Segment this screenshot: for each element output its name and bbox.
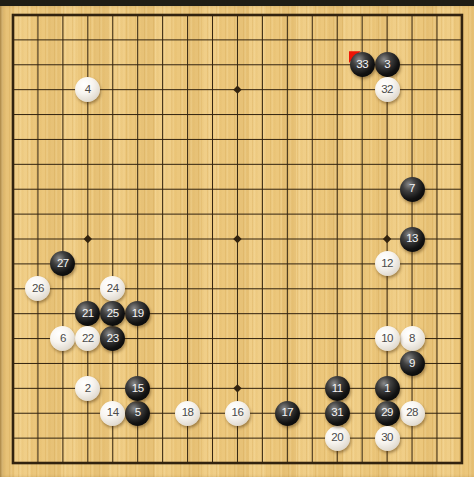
move-number: 12 — [381, 258, 393, 270]
move-number: 1 — [384, 383, 390, 395]
move-number: 26 — [32, 283, 44, 295]
move-number: 8 — [409, 333, 415, 345]
stone-5-black-F3[interactable]: 5 — [125, 401, 150, 426]
move-number: 20 — [331, 432, 343, 444]
move-number: 21 — [82, 308, 94, 320]
stone-33-black-P17[interactable]: 33 — [350, 52, 375, 77]
move-number: 18 — [182, 407, 194, 419]
move-number: 2 — [85, 383, 91, 395]
star-point — [233, 85, 241, 93]
move-number: 23 — [107, 333, 119, 345]
move-number: 27 — [57, 258, 69, 270]
stone-8-white-R6[interactable]: 8 — [400, 326, 425, 351]
move-number: 4 — [85, 84, 91, 96]
move-number: 16 — [232, 407, 244, 419]
move-number: 22 — [82, 333, 94, 345]
move-number: 31 — [331, 407, 343, 419]
move-number: 10 — [381, 333, 393, 345]
stone-9-black-R5[interactable]: 9 — [400, 351, 425, 376]
move-number: 24 — [107, 283, 119, 295]
stone-11-black-O4[interactable]: 11 — [325, 376, 350, 401]
move-number: 6 — [60, 333, 66, 345]
move-number: 33 — [356, 59, 368, 71]
stone-32-white-Q16[interactable]: 32 — [375, 77, 400, 102]
move-number: 19 — [132, 308, 144, 320]
stone-29-black-Q3[interactable]: 29 — [375, 401, 400, 426]
stone-1-black-Q4[interactable]: 1 — [375, 376, 400, 401]
star-point — [383, 235, 391, 243]
move-number: 29 — [381, 407, 393, 419]
star-point — [84, 235, 92, 243]
move-number: 13 — [406, 233, 418, 245]
move-number: 3 — [384, 59, 390, 71]
star-point — [233, 384, 241, 392]
stone-31-black-O3[interactable]: 31 — [325, 401, 350, 426]
stone-15-black-F4[interactable]: 15 — [125, 376, 150, 401]
screenshot-root: 1234567891011121314151617181920212223242… — [0, 0, 474, 477]
stone-20-white-O2[interactable]: 20 — [325, 426, 350, 451]
move-number: 5 — [135, 407, 141, 419]
stone-16-white-K3[interactable]: 16 — [225, 401, 250, 426]
move-number: 30 — [381, 432, 393, 444]
star-point — [233, 235, 241, 243]
stone-12-white-Q9[interactable]: 12 — [375, 251, 400, 276]
move-number: 15 — [132, 383, 144, 395]
stone-7-black-R12[interactable]: 7 — [400, 177, 425, 202]
stone-17-black-M3[interactable]: 17 — [275, 401, 300, 426]
stone-10-white-Q6[interactable]: 10 — [375, 326, 400, 351]
stone-13-black-R10[interactable]: 13 — [400, 227, 425, 252]
move-number: 9 — [409, 358, 415, 370]
stone-18-white-H3[interactable]: 18 — [175, 401, 200, 426]
stone-2-white-D4[interactable]: 2 — [75, 376, 100, 401]
stone-30-white-Q2[interactable]: 30 — [375, 426, 400, 451]
move-number: 32 — [381, 84, 393, 96]
move-number: 14 — [107, 407, 119, 419]
move-number: 7 — [409, 183, 415, 195]
go-board[interactable]: 1234567891011121314151617181920212223242… — [0, 6, 474, 477]
stone-28-white-R3[interactable]: 28 — [400, 401, 425, 426]
stone-14-white-E3[interactable]: 14 — [100, 401, 125, 426]
move-number: 11 — [332, 383, 343, 395]
move-number: 17 — [281, 407, 293, 419]
move-number: 25 — [107, 308, 119, 320]
move-number: 28 — [406, 407, 418, 419]
stone-3-black-Q17[interactable]: 3 — [375, 52, 400, 77]
